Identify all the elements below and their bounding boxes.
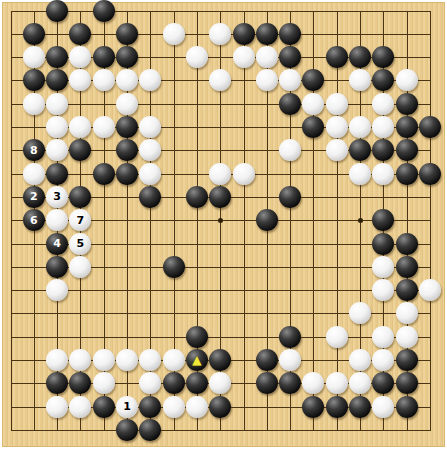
black-stone[interactable] [349, 46, 371, 68]
black-stone[interactable] [396, 372, 418, 394]
black-stone[interactable] [116, 46, 138, 68]
white-stone[interactable] [326, 139, 348, 161]
white-stone[interactable]: 3 [46, 186, 68, 208]
white-stone[interactable] [93, 349, 115, 371]
white-stone[interactable] [46, 349, 68, 371]
black-stone[interactable] [372, 233, 394, 255]
white-stone[interactable] [209, 163, 231, 185]
black-stone[interactable] [116, 139, 138, 161]
grid-line-vertical [337, 11, 338, 431]
white-stone[interactable] [302, 372, 324, 394]
black-stone[interactable] [326, 396, 348, 418]
white-stone[interactable]: 5 [69, 233, 91, 255]
white-stone[interactable] [139, 69, 161, 91]
white-stone[interactable] [46, 396, 68, 418]
white-stone[interactable] [23, 93, 45, 115]
white-stone[interactable] [116, 93, 138, 115]
black-stone[interactable] [46, 372, 68, 394]
move-number-label: 4 [53, 238, 61, 249]
black-stone[interactable] [349, 396, 371, 418]
white-stone[interactable] [372, 326, 394, 348]
white-stone[interactable] [163, 23, 185, 45]
white-stone[interactable] [372, 256, 394, 278]
white-stone[interactable] [69, 46, 91, 68]
black-stone[interactable] [93, 0, 115, 22]
move-number-label: 8 [30, 145, 38, 156]
white-stone[interactable] [372, 396, 394, 418]
white-stone[interactable] [326, 372, 348, 394]
white-stone[interactable] [46, 209, 68, 231]
white-stone[interactable] [46, 279, 68, 301]
white-stone[interactable] [372, 93, 394, 115]
white-stone[interactable] [93, 69, 115, 91]
black-stone[interactable] [419, 116, 441, 138]
white-stone[interactable] [46, 93, 68, 115]
black-stone[interactable] [163, 256, 185, 278]
black-stone[interactable] [23, 69, 45, 91]
black-stone[interactable] [396, 396, 418, 418]
black-stone[interactable] [93, 163, 115, 185]
white-stone[interactable] [139, 349, 161, 371]
move-number-label: 7 [77, 215, 85, 226]
black-stone[interactable] [46, 256, 68, 278]
black-stone[interactable] [372, 209, 394, 231]
grid-line-vertical [244, 11, 245, 431]
black-stone[interactable] [163, 372, 185, 394]
grid-line-vertical [430, 11, 431, 431]
white-stone[interactable] [139, 139, 161, 161]
black-stone[interactable] [139, 396, 161, 418]
black-stone[interactable] [279, 186, 301, 208]
white-stone[interactable] [116, 69, 138, 91]
triangle-marker-icon: ▲ [192, 354, 201, 366]
white-stone[interactable] [186, 46, 208, 68]
black-stone[interactable]: 4 [46, 233, 68, 255]
black-stone[interactable] [116, 163, 138, 185]
black-stone[interactable] [93, 46, 115, 68]
white-stone[interactable] [93, 116, 115, 138]
black-stone[interactable] [396, 279, 418, 301]
white-stone[interactable] [349, 163, 371, 185]
black-stone[interactable] [419, 163, 441, 185]
move-number-label: 6 [30, 215, 38, 226]
black-stone[interactable] [139, 186, 161, 208]
black-stone[interactable] [396, 93, 418, 115]
white-stone[interactable] [372, 349, 394, 371]
black-stone[interactable] [302, 69, 324, 91]
black-stone[interactable] [372, 46, 394, 68]
black-stone[interactable] [279, 46, 301, 68]
white-stone[interactable] [186, 396, 208, 418]
black-stone[interactable] [396, 163, 418, 185]
grid-line-horizontal [11, 337, 431, 338]
black-stone[interactable] [372, 139, 394, 161]
black-stone[interactable] [186, 372, 208, 394]
white-stone[interactable] [349, 349, 371, 371]
white-stone[interactable] [396, 69, 418, 91]
black-stone[interactable] [46, 69, 68, 91]
grid-line-horizontal [11, 290, 431, 291]
black-stone[interactable] [93, 396, 115, 418]
white-stone[interactable] [396, 302, 418, 324]
black-stone[interactable] [256, 209, 278, 231]
white-stone[interactable] [326, 326, 348, 348]
white-stone[interactable] [349, 69, 371, 91]
white-stone[interactable] [69, 396, 91, 418]
black-stone[interactable]: 6 [23, 209, 45, 231]
white-stone[interactable] [46, 116, 68, 138]
white-stone[interactable] [279, 349, 301, 371]
black-stone[interactable] [396, 256, 418, 278]
white-stone[interactable] [256, 69, 278, 91]
white-stone[interactable] [69, 116, 91, 138]
black-stone[interactable] [46, 46, 68, 68]
black-stone[interactable] [372, 372, 394, 394]
hoshi-point [218, 218, 223, 223]
black-stone[interactable] [186, 186, 208, 208]
black-stone[interactable] [396, 139, 418, 161]
black-stone[interactable] [279, 93, 301, 115]
white-stone[interactable] [23, 46, 45, 68]
white-stone[interactable] [46, 139, 68, 161]
white-stone[interactable] [326, 116, 348, 138]
black-stone[interactable] [372, 69, 394, 91]
white-stone[interactable] [116, 349, 138, 371]
black-stone[interactable] [256, 372, 278, 394]
black-stone[interactable] [186, 326, 208, 348]
white-stone[interactable] [69, 349, 91, 371]
white-stone[interactable] [419, 279, 441, 301]
move-number-label: 1 [123, 401, 131, 412]
black-stone[interactable] [302, 116, 324, 138]
black-stone[interactable] [69, 186, 91, 208]
white-stone[interactable] [279, 69, 301, 91]
black-stone[interactable] [209, 396, 231, 418]
white-stone[interactable] [372, 163, 394, 185]
black-stone[interactable] [279, 23, 301, 45]
white-stone[interactable] [139, 372, 161, 394]
black-stone[interactable] [233, 23, 255, 45]
white-stone[interactable] [233, 46, 255, 68]
black-stone[interactable] [69, 372, 91, 394]
black-stone[interactable] [326, 46, 348, 68]
white-stone[interactable] [326, 93, 348, 115]
black-stone[interactable] [279, 326, 301, 348]
black-stone[interactable] [256, 23, 278, 45]
black-stone[interactable] [396, 116, 418, 138]
white-stone[interactable] [302, 93, 324, 115]
black-stone[interactable] [46, 163, 68, 185]
hoshi-point [358, 218, 363, 223]
black-stone[interactable] [209, 349, 231, 371]
white-stone[interactable] [209, 69, 231, 91]
move-number-label: 3 [53, 191, 61, 202]
white-stone[interactable] [349, 302, 371, 324]
white-stone[interactable] [372, 279, 394, 301]
black-stone[interactable] [116, 419, 138, 441]
white-stone[interactable] [139, 163, 161, 185]
black-stone[interactable] [209, 186, 231, 208]
black-stone[interactable]: 2 [23, 186, 45, 208]
move-number-label: 2 [30, 191, 38, 202]
grid-line-horizontal [11, 430, 431, 431]
white-stone[interactable]: 1 [116, 396, 138, 418]
black-stone[interactable] [69, 23, 91, 45]
black-stone[interactable] [69, 139, 91, 161]
black-stone[interactable] [396, 349, 418, 371]
move-number-label: 5 [77, 238, 85, 249]
black-stone[interactable] [116, 116, 138, 138]
white-stone[interactable] [372, 116, 394, 138]
black-stone[interactable] [116, 23, 138, 45]
white-stone[interactable] [209, 372, 231, 394]
white-stone[interactable] [139, 116, 161, 138]
white-stone[interactable] [279, 139, 301, 161]
white-stone[interactable] [349, 116, 371, 138]
black-stone[interactable] [302, 396, 324, 418]
black-stone[interactable]: ▲ [186, 349, 208, 371]
white-stone[interactable] [256, 46, 278, 68]
white-stone[interactable] [233, 163, 255, 185]
white-stone[interactable] [69, 256, 91, 278]
go-board[interactable]: 8236745▲1 [2, 2, 445, 447]
white-stone[interactable] [396, 326, 418, 348]
black-stone[interactable] [139, 419, 161, 441]
white-stone[interactable] [69, 69, 91, 91]
black-stone[interactable] [349, 139, 371, 161]
black-stone[interactable] [396, 233, 418, 255]
white-stone[interactable]: 7 [69, 209, 91, 231]
diagram-frame: 8236745▲1 [0, 0, 447, 449]
black-stone[interactable] [46, 0, 68, 22]
black-stone[interactable] [279, 372, 301, 394]
white-stone[interactable] [23, 163, 45, 185]
white-stone[interactable] [93, 372, 115, 394]
white-stone[interactable] [349, 372, 371, 394]
white-stone[interactable] [163, 349, 185, 371]
white-stone[interactable] [209, 23, 231, 45]
black-stone[interactable] [256, 349, 278, 371]
white-stone[interactable] [163, 396, 185, 418]
black-stone[interactable] [23, 23, 45, 45]
black-stone[interactable]: 8 [23, 139, 45, 161]
